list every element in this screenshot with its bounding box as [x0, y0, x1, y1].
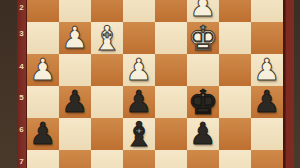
square-f5[interactable] — [91, 86, 123, 118]
square-d4[interactable] — [155, 54, 187, 86]
square-e6[interactable]: ♝ — [123, 118, 155, 150]
square-a6[interactable] — [251, 118, 283, 150]
square-c5[interactable]: ♚ — [187, 86, 219, 118]
square-g5[interactable]: ♟ — [59, 86, 91, 118]
rank-label-7: 7 — [17, 157, 26, 166]
square-b7[interactable] — [219, 150, 251, 168]
white-pawn-piece: ♟ — [254, 54, 281, 86]
black-pawn-piece: ♟ — [30, 118, 57, 150]
rank-label-3: 3 — [17, 29, 26, 38]
rank-label-4: 4 — [17, 62, 26, 71]
square-h7[interactable] — [27, 150, 59, 168]
white-king-piece: ♚ — [188, 22, 218, 54]
black-pawn-piece: ♟ — [190, 118, 217, 150]
square-e2[interactable] — [123, 0, 155, 22]
chess-board: ♟♟♝♚♟♟♟♟♟♚♟♟♝♟ — [27, 0, 283, 168]
board-frame-right-rail — [283, 0, 294, 168]
square-a2[interactable] — [251, 0, 283, 22]
square-f6[interactable] — [91, 118, 123, 150]
white-pawn-piece: ♟ — [62, 22, 89, 54]
black-bishop-piece: ♝ — [124, 118, 154, 150]
square-g2[interactable] — [59, 0, 91, 22]
chess-app-screenshot: 234567 ♟♟♝♚♟♟♟♟♟♚♟♟♝♟ — [0, 0, 300, 168]
square-h3[interactable] — [27, 22, 59, 54]
rank-label-5: 5 — [17, 93, 26, 102]
square-c6[interactable]: ♟ — [187, 118, 219, 150]
rank-label-6: 6 — [17, 125, 26, 134]
square-h4[interactable]: ♟ — [27, 54, 59, 86]
square-h6[interactable]: ♟ — [27, 118, 59, 150]
square-b6[interactable] — [219, 118, 251, 150]
square-a5[interactable]: ♟ — [251, 86, 283, 118]
square-b4[interactable] — [219, 54, 251, 86]
square-e4[interactable]: ♟ — [123, 54, 155, 86]
square-g3[interactable]: ♟ — [59, 22, 91, 54]
black-king-piece: ♚ — [188, 86, 218, 118]
square-f3[interactable]: ♝ — [91, 22, 123, 54]
square-d6[interactable] — [155, 118, 187, 150]
square-b5[interactable] — [219, 86, 251, 118]
square-d7[interactable] — [155, 150, 187, 168]
square-d2[interactable] — [155, 0, 187, 22]
square-h2[interactable] — [27, 0, 59, 22]
white-bishop-piece: ♝ — [92, 22, 122, 54]
square-f4[interactable] — [91, 54, 123, 86]
square-g7[interactable] — [59, 150, 91, 168]
square-f7[interactable] — [91, 150, 123, 168]
square-a3[interactable] — [251, 22, 283, 54]
square-g6[interactable] — [59, 118, 91, 150]
square-d5[interactable] — [155, 86, 187, 118]
white-pawn-piece: ♟ — [126, 54, 153, 86]
square-e3[interactable] — [123, 22, 155, 54]
rank-label-2: 2 — [17, 3, 26, 12]
square-e7[interactable] — [123, 150, 155, 168]
square-a7[interactable] — [251, 150, 283, 168]
square-a4[interactable]: ♟ — [251, 54, 283, 86]
black-pawn-piece: ♟ — [254, 86, 281, 118]
square-b3[interactable] — [219, 22, 251, 54]
square-g4[interactable] — [59, 54, 91, 86]
square-c7[interactable] — [187, 150, 219, 168]
square-c3[interactable]: ♚ — [187, 22, 219, 54]
square-h5[interactable] — [27, 86, 59, 118]
black-pawn-piece: ♟ — [62, 86, 89, 118]
square-b2[interactable] — [219, 0, 251, 22]
square-d3[interactable] — [155, 22, 187, 54]
white-pawn-piece: ♟ — [30, 54, 57, 86]
board-frame-left-rail: 234567 — [17, 0, 27, 168]
